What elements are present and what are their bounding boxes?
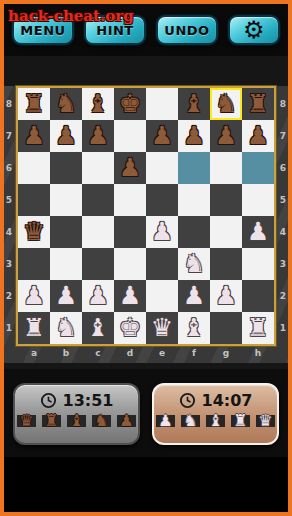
square-h7[interactable]: ♟ — [242, 120, 274, 152]
square-d1[interactable]: ♚ — [114, 312, 146, 344]
piece-black-pawn[interactable]: ♟ — [55, 121, 77, 151]
board-section: 87654321 ♜♞♝♚♝♞♜♟♟♟♟♟♟♟♟♛♟♟♞♟♟♟♟♟♟♜♞♝♚♛♝… — [4, 56, 288, 369]
square-d4[interactable] — [114, 216, 146, 248]
piece-white-knight[interactable]: ♞ — [55, 313, 77, 343]
piece-white-pawn[interactable]: ♟ — [87, 281, 109, 311]
tray-slot-black-knight: ♞ — [92, 415, 111, 427]
rank-labels-left: 87654321 — [2, 86, 16, 346]
tray-piece-white-queen: ♛ — [256, 414, 275, 428]
square-g8[interactable]: ♞ — [210, 88, 242, 120]
rank-label-3: 3 — [2, 248, 16, 280]
piece-white-king[interactable]: ♚ — [119, 313, 141, 343]
square-g5[interactable] — [210, 184, 242, 216]
tray-piece-white-pawn: ♟ — [156, 414, 175, 428]
tray-piece-black-pawn: ♟ — [117, 414, 136, 428]
piece-black-pawn[interactable]: ♟ — [183, 121, 205, 151]
square-c4[interactable] — [82, 216, 114, 248]
square-a5[interactable] — [18, 184, 50, 216]
tray-piece-white-bishop: ♝ — [206, 414, 225, 428]
piece-black-bishop[interactable]: ♝ — [183, 89, 205, 119]
clock-icon — [40, 392, 57, 409]
tray-slot-black-pawn: ♟ — [117, 415, 136, 427]
square-a4[interactable]: ♛ — [18, 216, 50, 248]
file-label-g: g — [210, 346, 242, 363]
piece-black-rook[interactable]: ♜ — [23, 89, 45, 119]
square-c8[interactable]: ♝ — [82, 88, 114, 120]
board-frame: 87654321 ♜♞♝♚♝♞♜♟♟♟♟♟♟♟♟♛♟♟♞♟♟♟♟♟♟♜♞♝♚♛♝… — [2, 86, 290, 363]
piece-white-pawn[interactable]: ♟ — [55, 281, 77, 311]
square-c6[interactable] — [82, 152, 114, 184]
tray-piece-black-knight: ♞ — [92, 414, 111, 428]
square-b5[interactable] — [50, 184, 82, 216]
square-a8[interactable]: ♜ — [18, 88, 50, 120]
piece-white-rook[interactable]: ♜ — [247, 313, 269, 343]
rank-label-4: 4 — [2, 216, 16, 248]
piece-white-bishop[interactable]: ♝ — [87, 313, 109, 343]
square-e3[interactable] — [146, 248, 178, 280]
piece-white-knight[interactable]: ♞ — [183, 249, 205, 279]
square-b1[interactable]: ♞ — [50, 312, 82, 344]
tray-slot-white-knight: ♞ — [181, 415, 200, 427]
square-b7[interactable]: ♟ — [50, 120, 82, 152]
rank-label-2: 2 — [2, 280, 16, 312]
square-h1[interactable]: ♜ — [242, 312, 274, 344]
settings-button[interactable]: ⚙ — [228, 15, 280, 45]
piece-white-pawn[interactable]: ♟ — [215, 281, 237, 311]
piece-black-pawn[interactable]: ♟ — [23, 121, 45, 151]
file-label-e: e — [146, 346, 178, 363]
gear-icon: ⚙ — [243, 18, 265, 42]
rank-label-4: 4 — [276, 216, 290, 248]
rank-label-7: 7 — [2, 120, 16, 152]
square-a6[interactable] — [18, 152, 50, 184]
piece-black-pawn[interactable]: ♟ — [87, 121, 109, 151]
hint-button[interactable]: HINT — [84, 15, 146, 45]
square-g3[interactable] — [210, 248, 242, 280]
square-e7[interactable]: ♟ — [146, 120, 178, 152]
rank-label-3: 3 — [276, 248, 290, 280]
piece-white-pawn[interactable]: ♟ — [151, 217, 173, 247]
captured-tray-black: ♛♜♝♞♟ — [17, 415, 136, 427]
tray-slot-white-rook: ♜ — [231, 415, 250, 427]
piece-black-knight[interactable]: ♞ — [55, 89, 77, 119]
menu-button[interactable]: MENU — [12, 15, 74, 45]
black-timer-panel: 13:51 ♛♜♝♞♟ — [13, 383, 140, 445]
square-a3[interactable] — [18, 248, 50, 280]
piece-black-pawn[interactable]: ♟ — [247, 121, 269, 151]
square-c7[interactable]: ♟ — [82, 120, 114, 152]
tray-slot-black-bishop: ♝ — [67, 415, 86, 427]
square-d8[interactable]: ♚ — [114, 88, 146, 120]
piece-black-pawn[interactable]: ♟ — [215, 121, 237, 151]
tray-piece-white-knight: ♞ — [181, 414, 200, 428]
piece-white-pawn[interactable]: ♟ — [247, 217, 269, 247]
rank-label-5: 5 — [2, 184, 16, 216]
square-f8[interactable]: ♝ — [178, 88, 210, 120]
square-h5[interactable] — [242, 184, 274, 216]
square-f2[interactable]: ♟ — [178, 280, 210, 312]
rank-label-7: 7 — [276, 120, 290, 152]
chess-board: ♜♞♝♚♝♞♜♟♟♟♟♟♟♟♟♛♟♟♞♟♟♟♟♟♟♜♞♝♚♛♝♜ — [16, 86, 276, 346]
square-g4[interactable] — [210, 216, 242, 248]
square-c5[interactable] — [82, 184, 114, 216]
square-g6[interactable] — [210, 152, 242, 184]
square-f3[interactable]: ♞ — [178, 248, 210, 280]
square-a1[interactable]: ♜ — [18, 312, 50, 344]
piece-white-pawn[interactable]: ♟ — [183, 281, 205, 311]
square-f6[interactable] — [178, 152, 210, 184]
square-c1[interactable]: ♝ — [82, 312, 114, 344]
piece-black-queen[interactable]: ♛ — [23, 217, 45, 247]
piece-black-knight[interactable]: ♞ — [215, 89, 237, 119]
square-h8[interactable]: ♜ — [242, 88, 274, 120]
rank-label-1: 1 — [2, 312, 16, 344]
rank-label-6: 6 — [2, 152, 16, 184]
rank-label-1: 1 — [276, 312, 290, 344]
rank-label-8: 8 — [2, 88, 16, 120]
square-f5[interactable] — [178, 184, 210, 216]
file-label-c: c — [82, 346, 114, 363]
square-c3[interactable] — [82, 248, 114, 280]
tray-piece-black-bishop: ♝ — [67, 414, 86, 428]
square-f4[interactable] — [178, 216, 210, 248]
tray-piece-black-rook: ♜ — [42, 414, 61, 428]
toolbar: MENU HINT UNDO ⚙ — [4, 4, 288, 56]
piece-black-pawn[interactable]: ♟ — [151, 121, 173, 151]
file-label-a: a — [18, 346, 50, 363]
piece-white-queen[interactable]: ♛ — [151, 313, 173, 343]
file-label-b: b — [50, 346, 82, 363]
square-g2[interactable]: ♟ — [210, 280, 242, 312]
black-time: 13:51 — [63, 391, 114, 410]
tray-slot-white-pawn: ♟ — [156, 415, 175, 427]
file-labels-bottom: abcdefgh — [16, 346, 276, 363]
rank-labels-right: 87654321 — [276, 86, 290, 346]
file-label-h: h — [242, 346, 274, 363]
tray-slot-white-bishop: ♝ — [206, 415, 225, 427]
file-label-d: d — [114, 346, 146, 363]
tray-piece-black-queen: ♛ — [17, 414, 36, 428]
square-d6[interactable]: ♟ — [114, 152, 146, 184]
tray-slot-black-rook: ♜ — [42, 415, 61, 427]
square-d7[interactable] — [114, 120, 146, 152]
square-e5[interactable] — [146, 184, 178, 216]
captured-tray-white: ♟♞♝♜♛ — [156, 415, 275, 427]
square-d3[interactable] — [114, 248, 146, 280]
square-f1[interactable]: ♝ — [178, 312, 210, 344]
square-b2[interactable]: ♟ — [50, 280, 82, 312]
square-c2[interactable]: ♟ — [82, 280, 114, 312]
piece-white-pawn[interactable]: ♟ — [23, 281, 45, 311]
footer-spacer — [4, 457, 288, 512]
square-h6[interactable] — [242, 152, 274, 184]
square-e8[interactable] — [146, 88, 178, 120]
piece-black-king[interactable]: ♚ — [119, 89, 141, 119]
piece-white-rook[interactable]: ♜ — [23, 313, 45, 343]
square-f7[interactable]: ♟ — [178, 120, 210, 152]
undo-button[interactable]: UNDO — [156, 15, 218, 45]
square-g7[interactable]: ♟ — [210, 120, 242, 152]
square-b8[interactable]: ♞ — [50, 88, 82, 120]
square-e4[interactable]: ♟ — [146, 216, 178, 248]
white-timer-panel: 14:07 ♟♞♝♜♛ — [152, 383, 279, 445]
square-h4[interactable]: ♟ — [242, 216, 274, 248]
rank-label-8: 8 — [276, 88, 290, 120]
piece-black-bishop[interactable]: ♝ — [87, 89, 109, 119]
piece-black-rook[interactable]: ♜ — [247, 89, 269, 119]
piece-white-bishop[interactable]: ♝ — [183, 313, 205, 343]
square-a2[interactable]: ♟ — [18, 280, 50, 312]
square-e2[interactable] — [146, 280, 178, 312]
tray-slot-black-queen: ♛ — [17, 415, 36, 427]
square-g1[interactable] — [210, 312, 242, 344]
square-b4[interactable] — [50, 216, 82, 248]
square-d2[interactable]: ♟ — [114, 280, 146, 312]
square-e1[interactable]: ♛ — [146, 312, 178, 344]
square-b6[interactable] — [50, 152, 82, 184]
clock-icon — [179, 392, 196, 409]
square-b3[interactable] — [50, 248, 82, 280]
square-d5[interactable] — [114, 184, 146, 216]
file-label-f: f — [178, 346, 210, 363]
rank-label-2: 2 — [276, 280, 290, 312]
square-a7[interactable]: ♟ — [18, 120, 50, 152]
timers-row: 13:51 ♛♜♝♞♟ 14:07 ♟♞♝♜♛ — [4, 369, 288, 457]
tray-piece-white-rook: ♜ — [231, 414, 250, 428]
white-time: 14:07 — [202, 391, 253, 410]
rank-label-6: 6 — [276, 152, 290, 184]
square-h2[interactable] — [242, 280, 274, 312]
piece-white-pawn[interactable]: ♟ — [119, 281, 141, 311]
square-h3[interactable] — [242, 248, 274, 280]
rank-label-5: 5 — [276, 184, 290, 216]
tray-slot-white-queen: ♛ — [256, 415, 275, 427]
square-e6[interactable] — [146, 152, 178, 184]
piece-black-pawn[interactable]: ♟ — [119, 153, 141, 183]
